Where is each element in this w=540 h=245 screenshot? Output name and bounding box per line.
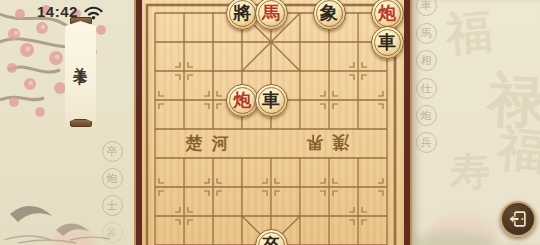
watermark-left-coin: 炮: [102, 168, 123, 189]
ink-bird-art: [0, 192, 118, 245]
river-label-right: 漢界: [283, 131, 373, 155]
watermark-right-coin: 炮: [416, 105, 437, 126]
banner-number: 1: [74, 70, 88, 90]
banner-roller-bottom: [70, 119, 92, 127]
xiangqi-piece-red[interactable]: 馬: [255, 0, 288, 30]
app-background: 14:42 关卡 1 楚河 漢界 將馬象炮車炮車卒: [0, 0, 540, 245]
watermark-right-coin: 相: [416, 50, 437, 71]
watermark-right-coin: 仕: [416, 78, 437, 99]
leaf-wash: [407, 232, 497, 245]
board-grid: [142, 0, 404, 245]
board-surface[interactable]: 楚河 漢界: [142, 0, 404, 245]
watermark-left-coin: 士: [102, 195, 123, 216]
watermark-right-coin: 車: [416, 0, 437, 16]
watermark-left-coin: 象: [102, 222, 123, 243]
exit-door-icon: [507, 208, 529, 230]
level-banner: 关卡 1: [62, 17, 100, 127]
banner-ribbon: 关卡 1: [65, 21, 96, 123]
watermark-right-coin: 馬: [416, 23, 437, 44]
xiangqi-piece-red[interactable]: 炮: [226, 84, 259, 117]
xiangqi-piece-black[interactable]: 將: [226, 0, 259, 30]
banner-label: 关卡: [74, 55, 88, 63]
watermark-left-coin: 卒: [102, 141, 123, 162]
xiangqi-piece-black[interactable]: 車: [255, 84, 288, 117]
watermark-right-coin: 兵: [416, 132, 437, 153]
flower-wash: [52, 228, 96, 245]
wifi-icon: [84, 5, 103, 20]
xiangqi-board: 楚河 漢界: [134, 0, 412, 245]
exit-button[interactable]: [500, 201, 536, 237]
xiangqi-piece-black[interactable]: 車: [371, 26, 404, 59]
status-time: 14:42: [37, 3, 78, 20]
lotus-wash: [427, 215, 497, 245]
xiangqi-piece-black[interactable]: 象: [313, 0, 346, 30]
river-label-left: 楚河: [162, 131, 252, 155]
